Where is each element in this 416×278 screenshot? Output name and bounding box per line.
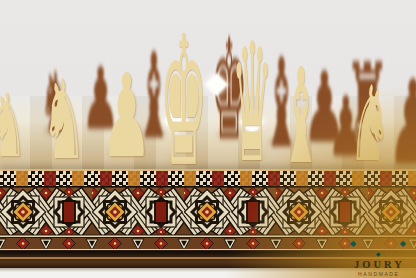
chess-piece-light-knight: ♞ — [39, 65, 89, 175]
chess-piece-light-queen: ♛ — [229, 22, 275, 186]
teal-diamond-icon: ◆ — [350, 240, 356, 248]
chess-piece-light-knight: ♞ — [0, 82, 28, 170]
brand-tagline: HANDMADE — [345, 271, 413, 277]
chess-piece-light-bishop: ♝ — [279, 50, 324, 182]
chess-piece-light-knight: ♞ — [347, 72, 394, 176]
brand-diamond-icon: ◆ — [345, 251, 411, 257]
chess-piece-light-king: ♚ — [156, 13, 210, 192]
brand-diamond-accents: ◆ ◆ — [345, 240, 411, 248]
teal-diamond-icon: ◆ — [400, 240, 406, 248]
chess-piece-light-pawn: ♟ — [97, 59, 155, 174]
brand-wordmark: JOURY — [345, 259, 414, 270]
brand-logo: ◆ ◆ ◆ JOURY HANDMADE — [345, 240, 411, 278]
chess-set-product-photo: ♞♟♝♚♝♟♟♜♟ ♞♞♟♚♛♝♞ — [0, 0, 416, 278]
